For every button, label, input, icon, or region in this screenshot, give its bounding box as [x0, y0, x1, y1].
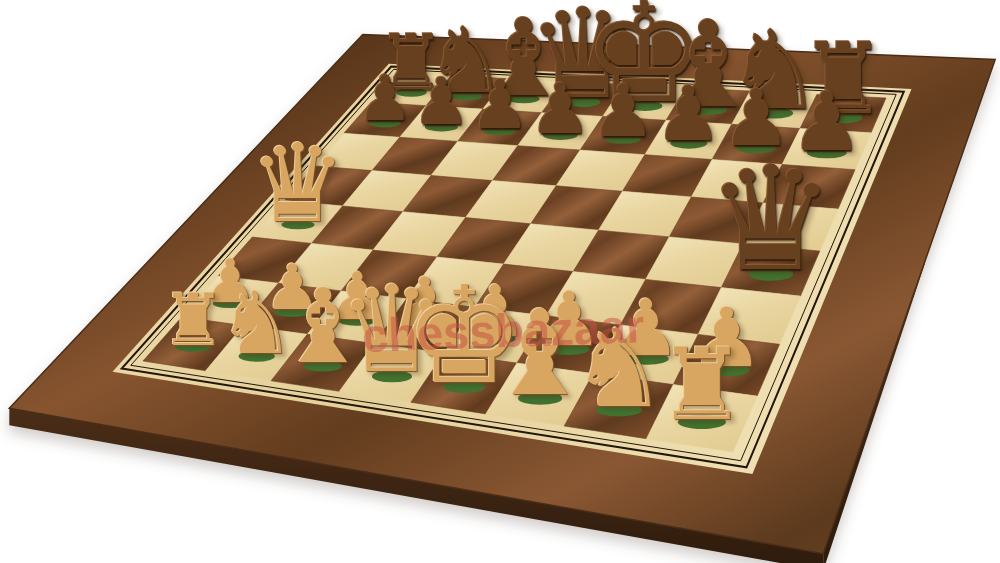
chess-board [0, 0, 1000, 563]
chessboard-product-photo: ♜♞♝♛♚♝♞♜♟♟♟♟♟♟♟♟♛♛♟♟♟♟♟♜♟♞♟♝♟♛♚♝♞♜ chess… [0, 0, 1000, 563]
